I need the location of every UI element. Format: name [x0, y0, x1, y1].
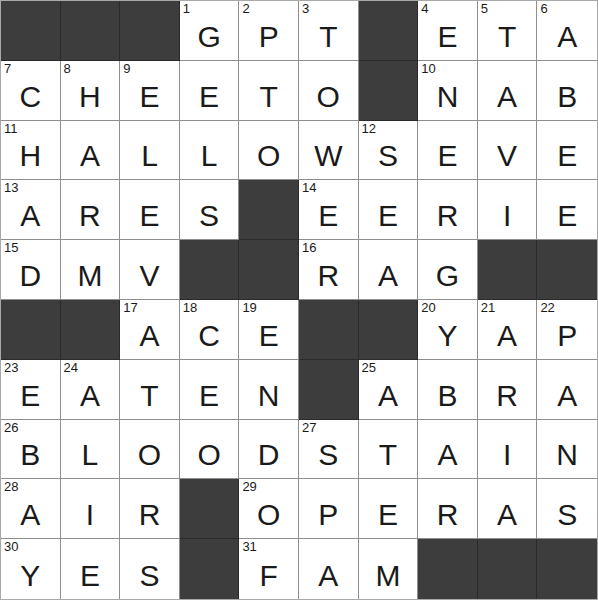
cell-letter: C [198, 321, 220, 359]
cell-r7c9[interactable]: R [478, 360, 538, 420]
cell-number: 23 [4, 361, 18, 376]
cell-r4c1[interactable]: 13A [1, 180, 61, 240]
cell-r4c7[interactable]: E [359, 180, 419, 240]
cell-r8c8[interactable]: A [418, 420, 478, 480]
cell-number: 22 [540, 301, 554, 316]
cell-letter: S [318, 440, 338, 478]
cell-letter: S [557, 500, 577, 538]
cell-letter: R [79, 201, 101, 239]
cell-number: 11 [4, 122, 18, 137]
cell-number: 18 [183, 301, 197, 316]
cell-r6c1 [1, 300, 61, 360]
cell-letter: B [557, 82, 577, 120]
cell-letter: B [437, 381, 457, 419]
cell-letter: S [139, 561, 159, 599]
cell-letter: A [497, 82, 517, 120]
cell-r9c10[interactable]: S [537, 479, 597, 539]
cell-letter: M [375, 561, 400, 599]
cell-letter: B [20, 440, 40, 478]
cell-letter: F [260, 561, 278, 599]
cell-r9c7[interactable]: E [359, 479, 419, 539]
cell-r4c8[interactable]: R [418, 180, 478, 240]
cell-r5c3[interactable]: V [120, 240, 180, 300]
cell-r6c6 [299, 300, 359, 360]
cell-r4c3[interactable]: E [120, 180, 180, 240]
cell-number: 10 [421, 62, 435, 77]
cell-r6c8[interactable]: 20Y [418, 300, 478, 360]
cell-r1c10[interactable]: 6A [537, 1, 597, 61]
cell-r2c2[interactable]: 8H [61, 61, 121, 121]
cell-r1c3 [120, 1, 180, 61]
cell-r9c4 [180, 479, 240, 539]
cell-r5c1[interactable]: 15D [1, 240, 61, 300]
cell-letter: G [197, 22, 220, 60]
cell-letter: E [437, 141, 457, 179]
cell-letter: M [77, 261, 102, 299]
cell-letter: Y [20, 561, 40, 599]
cell-letter: T [140, 381, 158, 419]
cell-r7c2[interactable]: 24A [61, 360, 121, 420]
cell-r1c4[interactable]: 1G [180, 1, 240, 61]
cell-r1c9[interactable]: 5T [478, 1, 538, 61]
cell-r7c1[interactable]: 23E [1, 360, 61, 420]
cell-r6c5[interactable]: 19E [239, 300, 299, 360]
cell-letter: R [317, 261, 339, 299]
cell-letter: R [437, 201, 459, 239]
cell-r4c2[interactable]: R [61, 180, 121, 240]
cell-number: 19 [242, 301, 256, 316]
cell-r1c1 [1, 1, 61, 61]
cell-r10c9 [478, 539, 538, 599]
cell-r6c7 [359, 300, 419, 360]
cell-letter: O [317, 82, 340, 120]
cell-number: 21 [481, 301, 495, 316]
cell-r4c10[interactable]: E [537, 180, 597, 240]
cell-r4c4[interactable]: S [180, 180, 240, 240]
cell-letter: E [139, 201, 159, 239]
cell-r10c1[interactable]: 30Y [1, 539, 61, 599]
cell-r1c5[interactable]: 2P [239, 1, 299, 61]
cell-letter: O [257, 141, 280, 179]
cell-letter: T [379, 440, 397, 478]
cell-number: 4 [421, 2, 428, 17]
cell-r5c10 [537, 240, 597, 300]
cell-r5c9 [478, 240, 538, 300]
cell-r2c6[interactable]: O [299, 61, 359, 121]
cell-r2c7 [359, 61, 419, 121]
cell-letter: N [437, 82, 459, 120]
cell-letter: C [19, 82, 41, 120]
cell-letter: L [141, 141, 158, 179]
cell-letter: A [497, 321, 517, 359]
cell-letter: E [378, 500, 398, 538]
cell-number: 7 [4, 62, 11, 77]
cell-r3c4[interactable]: L [180, 121, 240, 181]
cell-letter: T [260, 82, 278, 120]
cell-letter: A [20, 201, 40, 239]
cell-r6c4[interactable]: 18C [180, 300, 240, 360]
cell-r6c2 [61, 300, 121, 360]
cell-r3c9[interactable]: V [478, 121, 538, 181]
cell-r5c8[interactable]: G [418, 240, 478, 300]
cell-r5c6[interactable]: 16R [299, 240, 359, 300]
cell-number: 27 [302, 421, 316, 436]
cell-letter: R [139, 500, 161, 538]
cell-letter: E [20, 381, 40, 419]
cell-r10c8 [418, 539, 478, 599]
cell-letter: P [259, 22, 279, 60]
cell-r9c1[interactable]: 28A [1, 479, 61, 539]
cell-letter: A [378, 381, 398, 419]
cell-r10c5[interactable]: 31F [239, 539, 299, 599]
cell-r4c5 [239, 180, 299, 240]
cell-r2c9[interactable]: A [478, 61, 538, 121]
cell-letter: E [437, 22, 457, 60]
cell-letter: S [199, 201, 219, 239]
cell-letter: D [19, 261, 41, 299]
cell-r8c2[interactable]: L [61, 420, 121, 480]
cell-letter: P [318, 500, 338, 538]
cell-number: 14 [302, 181, 316, 196]
cell-r8c7[interactable]: T [359, 420, 419, 480]
cell-letter: O [138, 440, 161, 478]
cell-r9c2[interactable]: I [61, 479, 121, 539]
cell-r3c7[interactable]: 12S [359, 121, 419, 181]
cell-number: 12 [362, 122, 376, 137]
cell-r1c2 [61, 1, 121, 61]
cell-r10c6[interactable]: A [299, 539, 359, 599]
cell-r10c4 [180, 539, 240, 599]
cell-letter: E [139, 82, 159, 120]
cell-number: 9 [123, 62, 130, 77]
cell-letter: I [503, 440, 511, 478]
cell-letter: A [557, 22, 577, 60]
cell-r3c3[interactable]: L [120, 121, 180, 181]
cell-letter: I [86, 500, 94, 538]
cell-letter: L [82, 440, 99, 478]
cell-number: 8 [64, 62, 71, 77]
cell-r1c8[interactable]: 4E [418, 1, 478, 61]
cell-r8c10[interactable]: N [537, 420, 597, 480]
cell-r2c4[interactable]: E [180, 61, 240, 121]
cell-number: 30 [4, 540, 18, 555]
cell-letter: H [19, 141, 41, 179]
cell-number: 6 [540, 2, 547, 17]
cell-r6c9[interactable]: 21A [478, 300, 538, 360]
cell-letter: Y [437, 321, 457, 359]
cell-letter: E [259, 321, 279, 359]
cell-letter: A [139, 321, 159, 359]
cell-letter: A [557, 381, 577, 419]
cell-r3c2[interactable]: A [61, 121, 121, 181]
cell-letter: E [557, 201, 577, 239]
cell-number: 31 [242, 540, 256, 555]
cell-letter: I [503, 201, 511, 239]
cell-r9c5[interactable]: 29O [239, 479, 299, 539]
cell-letter: A [318, 561, 338, 599]
cell-r3c10[interactable]: E [537, 121, 597, 181]
cell-letter: A [20, 500, 40, 538]
cell-r2c3[interactable]: 9E [120, 61, 180, 121]
cell-number: 1 [183, 2, 190, 17]
cell-r7c6 [299, 360, 359, 420]
cell-number: 13 [4, 181, 18, 196]
cell-r5c2[interactable]: M [61, 240, 121, 300]
cell-letter: A [497, 500, 517, 538]
cell-r2c10[interactable]: B [537, 61, 597, 121]
cell-r10c3[interactable]: S [120, 539, 180, 599]
cell-letter: A [80, 141, 100, 179]
cell-number: 28 [4, 480, 18, 495]
cell-r5c4 [180, 240, 240, 300]
cell-letter: E [557, 141, 577, 179]
cell-r3c8[interactable]: E [418, 121, 478, 181]
cell-r10c7[interactable]: M [359, 539, 419, 599]
cell-r5c7[interactable]: A [359, 240, 419, 300]
cell-letter: E [199, 82, 219, 120]
cell-r2c1[interactable]: 7C [1, 61, 61, 121]
cell-letter: G [436, 261, 459, 299]
cell-letter: O [257, 500, 280, 538]
cell-number: 26 [4, 421, 18, 436]
cell-number: 25 [362, 361, 376, 376]
cell-letter: V [497, 141, 517, 179]
cell-number: 17 [123, 301, 137, 316]
cell-letter: L [201, 141, 218, 179]
cell-r3c5[interactable]: O [239, 121, 299, 181]
cell-letter: A [80, 381, 100, 419]
cell-letter: O [197, 440, 220, 478]
cell-r7c3[interactable]: T [120, 360, 180, 420]
cell-letter: R [496, 381, 518, 419]
cell-r8c5[interactable]: D [239, 420, 299, 480]
cell-r7c4[interactable]: E [180, 360, 240, 420]
cell-number: 3 [302, 2, 309, 17]
cell-r8c1[interactable]: 26B [1, 420, 61, 480]
cell-letter: E [199, 381, 219, 419]
cell-r9c3[interactable]: R [120, 479, 180, 539]
cell-number: 20 [421, 301, 435, 316]
cell-r8c9[interactable]: I [478, 420, 538, 480]
cell-r7c10[interactable]: A [537, 360, 597, 420]
cell-letter: T [319, 22, 337, 60]
cell-r6c3[interactable]: 17A [120, 300, 180, 360]
cell-number: 29 [242, 480, 256, 495]
cell-r1c6[interactable]: 3T [299, 1, 359, 61]
cell-r3c1[interactable]: 11H [1, 121, 61, 181]
cell-r8c4[interactable]: O [180, 420, 240, 480]
cell-letter: A [437, 440, 457, 478]
cell-r7c8[interactable]: B [418, 360, 478, 420]
cell-number: 2 [242, 2, 249, 17]
cell-r6c10[interactable]: 22P [537, 300, 597, 360]
cell-r2c5[interactable]: T [239, 61, 299, 121]
cell-r2c8[interactable]: 10N [418, 61, 478, 121]
cell-r8c3[interactable]: O [120, 420, 180, 480]
crossword-grid: 1G2P3T4E5T6A7C8H9EETO10NAB11HALLOW12SEVE… [0, 0, 598, 600]
cell-r9c9[interactable]: A [478, 479, 538, 539]
cell-letter: S [378, 141, 398, 179]
cell-r1c7 [359, 1, 419, 61]
cell-letter: A [378, 261, 398, 299]
cell-letter: N [556, 440, 578, 478]
cell-letter: H [79, 82, 101, 120]
cell-r5c5 [239, 240, 299, 300]
cell-letter: E [80, 561, 100, 599]
cell-letter: R [437, 500, 459, 538]
cell-letter: P [557, 321, 577, 359]
cell-r9c6[interactable]: P [299, 479, 359, 539]
cell-r4c6[interactable]: 14E [299, 180, 359, 240]
cell-r10c10 [537, 539, 597, 599]
cell-letter: N [258, 381, 280, 419]
cell-number: 15 [4, 241, 18, 256]
cell-letter: W [314, 141, 342, 179]
cell-letter: T [498, 22, 516, 60]
cell-r7c7[interactable]: 25A [359, 360, 419, 420]
cell-r8c6[interactable]: 27S [299, 420, 359, 480]
cell-letter: E [318, 201, 338, 239]
cell-number: 5 [481, 2, 488, 17]
cell-letter: E [378, 201, 398, 239]
cell-number: 16 [302, 241, 316, 256]
cell-r3c6[interactable]: W [299, 121, 359, 181]
cell-r7c5[interactable]: N [239, 360, 299, 420]
cell-letter: V [139, 261, 159, 299]
cell-r9c8[interactable]: R [418, 479, 478, 539]
cell-number: 24 [64, 361, 78, 376]
cell-r4c9[interactable]: I [478, 180, 538, 240]
cell-letter: D [258, 440, 280, 478]
cell-r10c2[interactable]: E [61, 539, 121, 599]
